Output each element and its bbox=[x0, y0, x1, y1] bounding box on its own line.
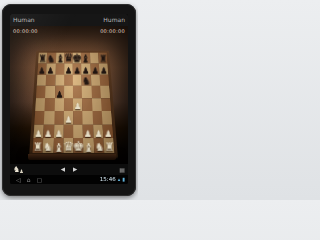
square-e8[interactable]: ♚ bbox=[73, 53, 82, 64]
piece-white-pawn-d3[interactable]: ♟ bbox=[61, 115, 75, 124]
piece-white-bishop-f1[interactable]: ♝ bbox=[81, 141, 96, 153]
piece-black-pawn-h7[interactable]: ♟ bbox=[97, 66, 110, 74]
board-rim: ♜♞♝♛♚♝♜♟♟♟♟♟♟♟♞♟♟♟♟♟♟♟♟♟♜♞♝♛♚♝♞♜ bbox=[29, 51, 118, 159]
square-e4[interactable]: ♟ bbox=[73, 98, 83, 111]
piece-white-queen-d1[interactable]: ♛ bbox=[61, 140, 76, 153]
left-player-name: Human bbox=[13, 17, 35, 23]
wifi-icon: ▴ bbox=[118, 177, 121, 182]
square-c5[interactable]: ♟ bbox=[55, 86, 64, 98]
square-c2[interactable]: ♟ bbox=[53, 124, 63, 138]
square-b6[interactable] bbox=[46, 74, 55, 86]
tablet-frame: Human Human 00:00:00 00:00:00 ♜♞♝♛♚♝♜♟♟♟… bbox=[2, 4, 136, 196]
piece-black-knight-f6[interactable]: ♞ bbox=[80, 76, 93, 86]
chess-scene: 00:00:00 00:00:00 ♜♞♝♛♚♝♜♟♟♟♟♟♟♟♞♟♟♟♟♟♟♟… bbox=[10, 26, 128, 164]
square-b8[interactable]: ♞ bbox=[47, 53, 56, 64]
square-d3[interactable]: ♟ bbox=[63, 111, 73, 124]
piece-black-pawn-b7[interactable]: ♟ bbox=[44, 66, 57, 74]
square-e5[interactable] bbox=[73, 86, 82, 98]
board-front-edge bbox=[28, 154, 116, 160]
clock-time: 15:46 bbox=[100, 177, 116, 183]
piece-black-king-e8[interactable]: ♚ bbox=[71, 52, 83, 63]
square-h2[interactable]: ♟ bbox=[102, 124, 113, 138]
back-button[interactable]: ◁ bbox=[16, 177, 21, 183]
square-f6[interactable]: ♞ bbox=[82, 74, 91, 86]
next-move-button[interactable]: ▶ bbox=[73, 167, 77, 173]
right-clock: 00:00:00 bbox=[100, 28, 125, 34]
chess-board[interactable]: ♜♞♝♛♚♝♜♟♟♟♟♟♟♟♞♟♟♟♟♟♟♟♟♟♜♞♝♛♚♝♞♜ bbox=[10, 51, 128, 159]
status-cluster[interactable]: 15:46 ▴ ▮ bbox=[100, 175, 125, 184]
left-clock: 00:00:00 bbox=[13, 28, 38, 34]
piece-white-pawn-c2[interactable]: ♟ bbox=[51, 129, 65, 138]
piece-black-knight-b8[interactable]: ♞ bbox=[45, 54, 57, 63]
recents-button[interactable]: ▢ bbox=[36, 177, 42, 183]
square-b7[interactable]: ♟ bbox=[46, 63, 55, 74]
previous-move-button[interactable]: ◀ bbox=[61, 167, 65, 173]
square-h1[interactable]: ♜ bbox=[103, 138, 114, 153]
right-player-name: Human bbox=[103, 17, 125, 23]
square-h4[interactable] bbox=[101, 98, 111, 111]
square-a5[interactable] bbox=[36, 86, 46, 98]
square-h6[interactable] bbox=[99, 74, 109, 86]
piece-white-rook-h1[interactable]: ♜ bbox=[102, 142, 117, 153]
square-b3[interactable] bbox=[44, 111, 54, 124]
square-h7[interactable]: ♟ bbox=[99, 63, 108, 74]
square-a3[interactable] bbox=[34, 111, 44, 124]
app-toolbar: ♞ ♟ ◀ ▶ ▦ bbox=[10, 164, 128, 175]
square-c6[interactable] bbox=[55, 74, 64, 86]
square-f1[interactable]: ♝ bbox=[83, 138, 94, 153]
piece-white-pawn-e4[interactable]: ♟ bbox=[71, 102, 85, 111]
home-button[interactable]: ⌂ bbox=[27, 177, 31, 183]
android-navbar: ◁ ⌂ ▢ 15:46 ▴ ▮ bbox=[10, 175, 128, 184]
square-b4[interactable] bbox=[45, 98, 55, 111]
piece-white-pawn-h2[interactable]: ♟ bbox=[101, 129, 115, 138]
player-bar: Human Human bbox=[10, 14, 128, 26]
app-screen: Human Human 00:00:00 00:00:00 ♜♞♝♛♚♝♜♟♟♟… bbox=[10, 14, 128, 184]
square-h3[interactable] bbox=[101, 111, 111, 124]
square-f3[interactable] bbox=[83, 111, 93, 124]
square-h8[interactable]: ♜ bbox=[98, 53, 107, 64]
board-grid: ♜♞♝♛♚♝♜♟♟♟♟♟♟♟♞♟♟♟♟♟♟♟♟♟♜♞♝♛♚♝♞♜ bbox=[33, 53, 115, 153]
piece-black-rook-h8[interactable]: ♜ bbox=[97, 54, 109, 63]
square-d1[interactable]: ♛ bbox=[63, 138, 73, 153]
piece-black-pawn-c5[interactable]: ♟ bbox=[53, 90, 66, 98]
square-h5[interactable] bbox=[100, 86, 110, 98]
square-d6[interactable] bbox=[64, 74, 73, 86]
square-c4[interactable] bbox=[54, 98, 64, 111]
battery-icon: ▮ bbox=[122, 177, 125, 182]
menu-grid-icon[interactable]: ▦ bbox=[119, 167, 125, 173]
